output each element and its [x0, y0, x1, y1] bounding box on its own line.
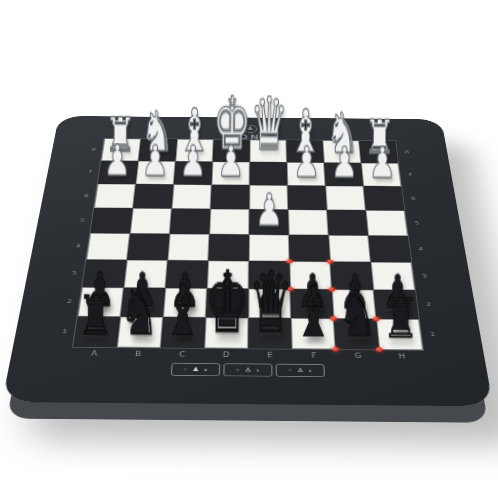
square-d8[interactable]	[213, 140, 250, 162]
square-f8[interactable]	[286, 140, 324, 162]
square-g5[interactable]	[327, 210, 368, 236]
square-c6[interactable]	[172, 184, 212, 208]
piece-black-knight-g1[interactable]: ♞	[335, 281, 379, 347]
square-b8[interactable]	[138, 139, 177, 161]
piece-black-bishop-f1[interactable]: ♝	[292, 276, 336, 346]
file-label-e: E	[248, 352, 292, 360]
square-e6[interactable]	[249, 185, 288, 209]
file-label-c: C	[160, 351, 204, 359]
rank-label-left-7: 7	[82, 161, 99, 184]
square-h7[interactable]	[361, 163, 401, 186]
piece-black-bishop-c1[interactable]: ♝	[161, 275, 205, 345]
square-d5[interactable]	[209, 209, 249, 235]
square-a6[interactable]	[94, 184, 136, 208]
square-d7[interactable]	[212, 162, 250, 185]
square-a5[interactable]	[90, 208, 133, 234]
square-h6[interactable]	[363, 186, 404, 211]
file-label-d: D	[204, 351, 248, 359]
rank-label-right-7: 7	[402, 163, 418, 186]
piece-black-king-d1[interactable]: ♚	[204, 260, 248, 346]
file-label-g: G	[336, 352, 381, 360]
product-photo-stage: ♟ eONE ♜♞♝♚♛♝♞♜♟♟♟♟♟♟♟♟♟♟♟♟♟♟♟♟♜♞♝♚♛♝♞♜ …	[0, 0, 498, 498]
square-e5[interactable]	[249, 209, 289, 235]
scene: ♟ eONE ♜♞♝♚♛♝♞♜♟♟♟♟♟♟♟♟♟♟♟♟♟♟♟♟♜♞♝♚♛♝♞♜ …	[0, 0, 498, 498]
control-button-group-1[interactable]: ◦ ♟ ₃	[171, 363, 221, 376]
file-label-f: F	[292, 352, 336, 360]
square-h8[interactable]	[359, 141, 398, 163]
square-e7[interactable]	[250, 162, 288, 185]
file-label-b: B	[116, 350, 161, 358]
rank-label-left-6: 6	[78, 184, 95, 208]
chess-computer-board: ♟ eONE ♜♞♝♚♛♝♞♜♟♟♟♟♟♟♟♟♟♟♟♟♟♟♟♟♜♞♝♚♛♝♞♜ …	[2, 116, 493, 406]
square-f6[interactable]	[287, 185, 326, 210]
rank-label-left-1: 1	[55, 316, 75, 347]
rank-label-right-4: 4	[412, 236, 430, 263]
rank-label-left-4: 4	[69, 233, 87, 260]
square-b6[interactable]	[133, 184, 174, 208]
square-g7[interactable]	[324, 163, 363, 186]
square-a7[interactable]	[98, 161, 139, 184]
square-b5[interactable]	[130, 208, 172, 234]
rank-label-right-6: 6	[405, 186, 422, 210]
control-button-group-3[interactable]: ◦ ♙ ₁	[276, 364, 325, 377]
file-label-a: A	[72, 350, 117, 358]
square-c7[interactable]	[174, 161, 213, 184]
square-f5[interactable]	[288, 210, 328, 236]
square-f7[interactable]	[287, 162, 326, 185]
piece-black-knight-b1[interactable]: ♞	[117, 279, 161, 345]
square-b7[interactable]	[136, 161, 176, 184]
square-g6[interactable]	[325, 186, 365, 211]
square-c8[interactable]	[175, 139, 213, 161]
rank-label-left-5: 5	[73, 208, 91, 233]
file-label-h: H	[380, 353, 425, 361]
square-h5[interactable]	[366, 210, 408, 236]
square-e8[interactable]	[250, 140, 287, 162]
control-button-group-2[interactable]: ◦ ♙ ₁	[223, 363, 272, 376]
rank-label-right-1: 1	[423, 319, 442, 350]
piece-black-rook-a1[interactable]: ♜	[74, 288, 118, 344]
rank-label-right-8: 8	[399, 141, 415, 163]
square-a8[interactable]	[101, 139, 141, 161]
rank-label-right-5: 5	[408, 211, 425, 236]
square-d6[interactable]	[210, 185, 249, 209]
control-panel: ◦ ♟ ₃◦ ♙ ₁◦ ♙ ₁	[7, 361, 488, 378]
piece-black-queen-e1[interactable]: ♛	[248, 260, 292, 346]
square-c5[interactable]	[170, 209, 211, 235]
piece-black-rook-h1[interactable]: ♜	[379, 291, 423, 347]
square-g8[interactable]	[323, 140, 362, 162]
